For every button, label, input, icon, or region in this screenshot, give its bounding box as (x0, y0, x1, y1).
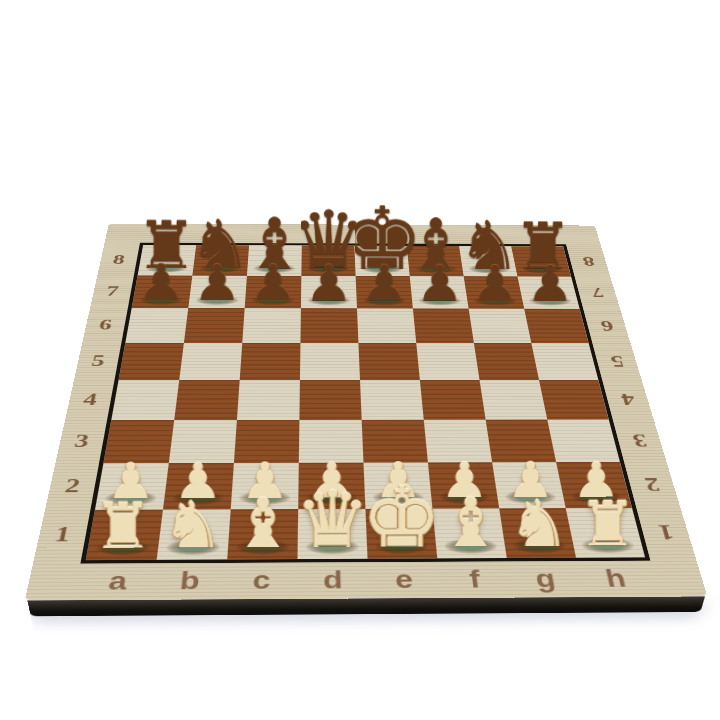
black-pawn-e7[interactable]: ♟ (357, 197, 412, 301)
black-pawn-h7[interactable]: ♟ (523, 198, 578, 301)
pawn-glyph: ♟ (137, 257, 186, 311)
pawn-glyph: ♟ (416, 258, 464, 312)
chessboard-scene: 87654321 87654321 abcdefgh ♜♞♝♛♚♝♞♜♟♟♟♟♟… (0, 0, 720, 720)
file-label-c: c (252, 567, 271, 595)
king-glyph: ♚ (361, 475, 442, 565)
rank-label-left-5: 5 (90, 352, 107, 371)
white-queen-d1[interactable]: ♛ (298, 418, 367, 548)
white-bishop-f1[interactable]: ♝ (436, 417, 505, 546)
file-label-g: g (533, 565, 557, 593)
pawn-glyph: ♟ (193, 257, 242, 311)
black-pawn-f7[interactable]: ♟ (412, 197, 467, 301)
black-pawn-b7[interactable]: ♟ (189, 196, 245, 300)
black-pawn-c7[interactable]: ♟ (245, 196, 301, 300)
file-label-d: d (323, 566, 343, 594)
file-label-f: f (468, 566, 482, 594)
file-label-e: e (394, 566, 414, 594)
rank-label-left-2: 2 (63, 474, 82, 497)
file-label-a: a (107, 567, 129, 595)
white-bishop-c1[interactable]: ♝ (228, 418, 298, 548)
white-knight-b1[interactable]: ♞ (158, 418, 228, 548)
rank-label-right-7: 7 (589, 284, 605, 300)
black-pawn-a7[interactable]: ♟ (133, 196, 189, 300)
white-rook-h1[interactable]: ♜ (574, 417, 642, 546)
file-label-b: b (178, 567, 200, 595)
rook-glyph: ♜ (578, 492, 637, 559)
pawn-glyph: ♟ (471, 258, 519, 312)
rank-label-right-2: 2 (642, 473, 663, 496)
pawn-glyph: ♟ (305, 257, 353, 311)
black-pawn-g7[interactable]: ♟ (467, 197, 522, 301)
file-labels-bottom: abcdefgh (79, 561, 656, 600)
board-front-edge (27, 596, 705, 616)
black-pawn-d7[interactable]: ♟ (301, 197, 357, 301)
chess-board: 87654321 87654321 abcdefgh ♜♞♝♛♚♝♞♜♟♟♟♟♟… (25, 224, 708, 601)
queen-glyph: ♛ (295, 480, 370, 564)
bishop-glyph: ♝ (231, 490, 296, 562)
rank-label-left-6: 6 (97, 316, 113, 333)
rank-label-right-5: 5 (608, 352, 626, 370)
bishop-glyph: ♝ (439, 489, 503, 561)
pawn-glyph: ♟ (249, 257, 297, 311)
rank-label-left-1: 1 (52, 522, 72, 547)
knight-glyph: ♞ (509, 491, 571, 560)
white-knight-g1[interactable]: ♞ (505, 417, 574, 546)
white-rook-a1[interactable]: ♜ (88, 418, 158, 548)
rank-label-left-8: 8 (111, 252, 126, 267)
rank-label-right-1: 1 (655, 520, 677, 545)
rank-label-right-6: 6 (598, 317, 615, 334)
rank-label-left-7: 7 (105, 283, 120, 299)
pieces-layer: ♜♞♝♛♚♝♞♜♟♟♟♟♟♟♟♟♟♟♟♟♟♟♟♟♜♞♝♛♚♝♞♜ (86, 245, 645, 560)
white-king-e1[interactable]: ♚ (367, 417, 436, 546)
knight-glyph: ♞ (162, 492, 225, 562)
rank-label-right-8: 8 (580, 254, 596, 269)
rook-glyph: ♜ (93, 494, 154, 562)
pawn-glyph: ♟ (360, 258, 408, 312)
file-label-h: h (603, 565, 629, 593)
pawn-glyph: ♟ (526, 258, 574, 312)
